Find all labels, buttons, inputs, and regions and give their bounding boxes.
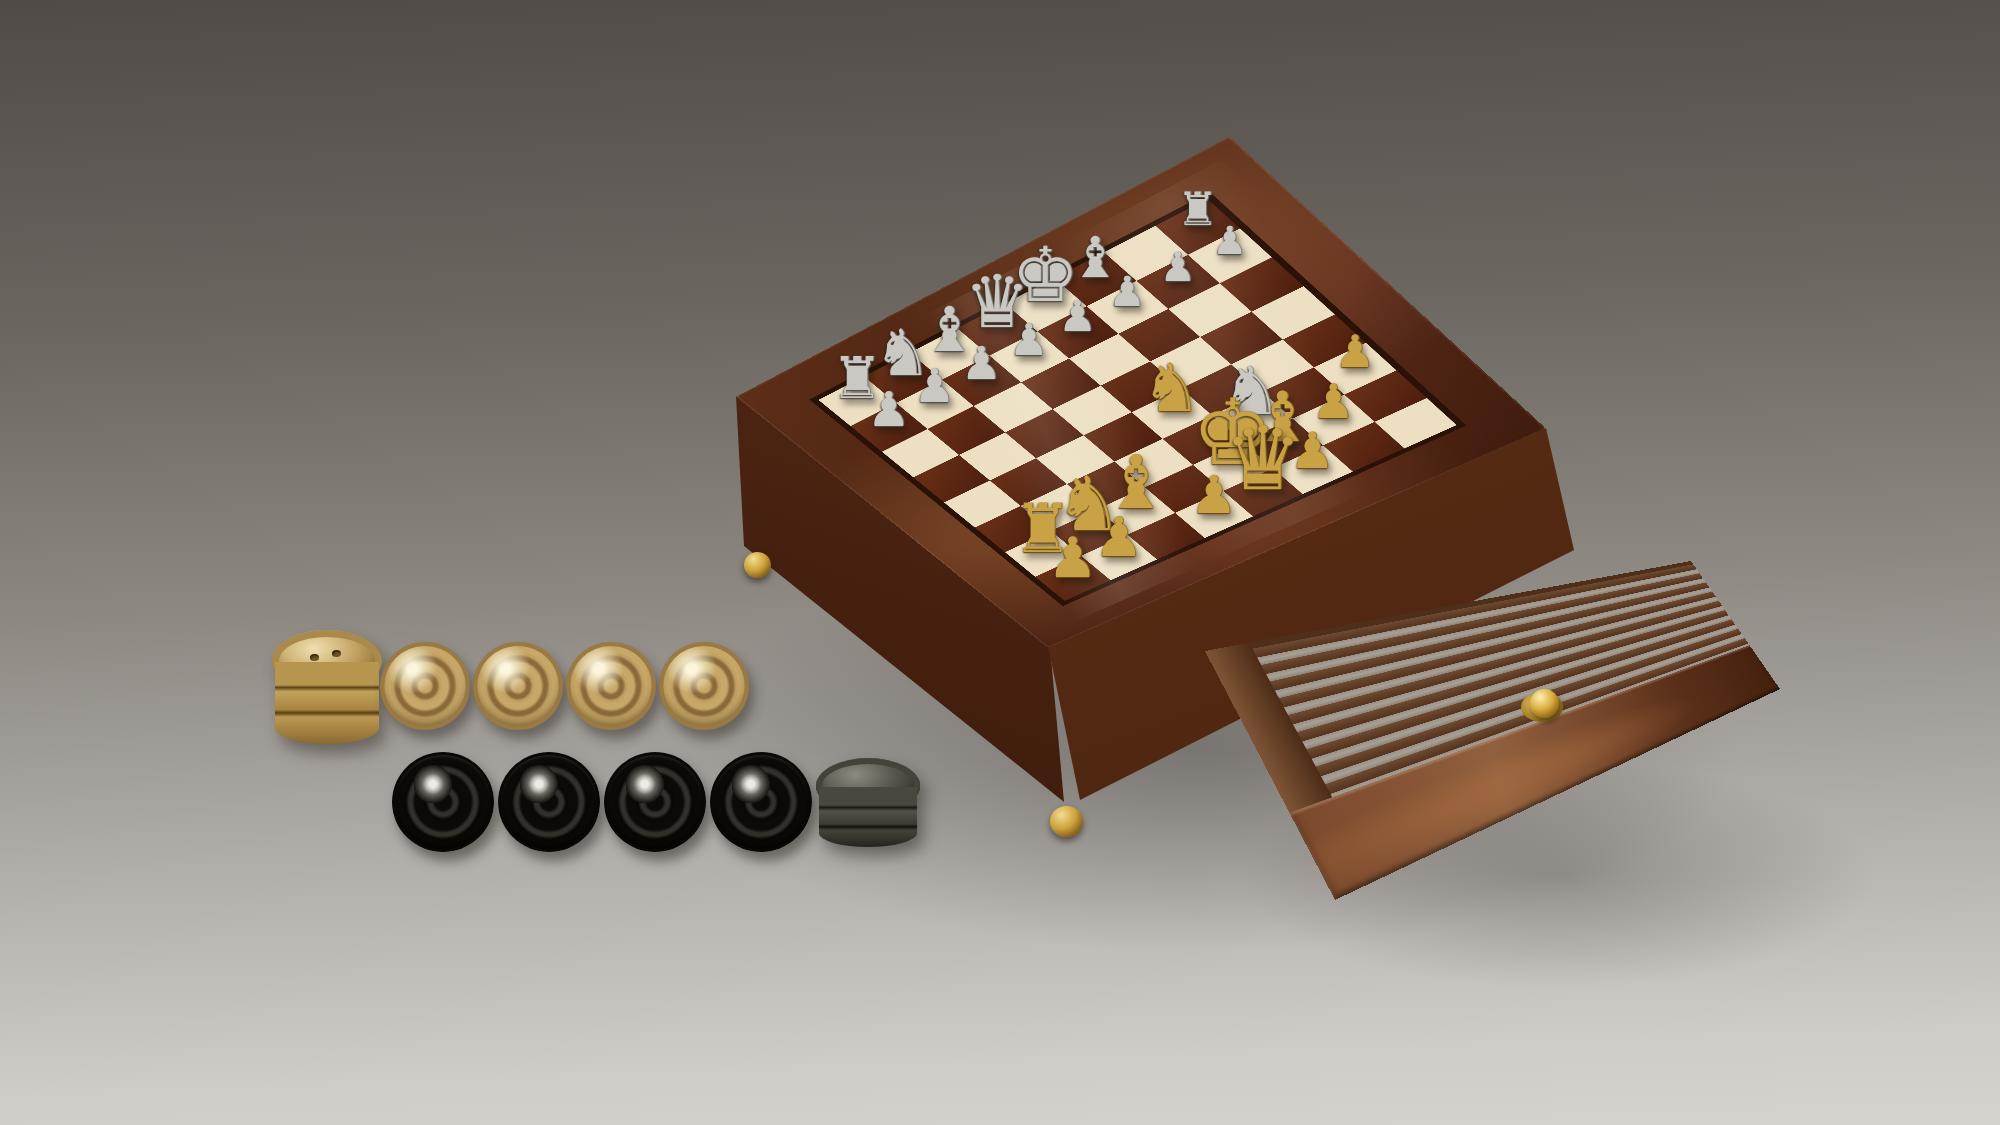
black-checker-2[interactable]	[498, 752, 600, 852]
piece-black-pawn-g7[interactable]: ♟	[1160, 247, 1196, 287]
piece-black-pawn-d7[interactable]: ♟	[1009, 318, 1049, 362]
brass-checker-2[interactable]	[473, 642, 563, 730]
piece-black-pawn-h7[interactable]: ♟	[1212, 222, 1247, 261]
piece-black-pawn-b7[interactable]: ♟	[914, 363, 956, 410]
piece-white-pawn-g2[interactable]: ♟	[1312, 378, 1355, 426]
piece-white-pawn-b1[interactable]: ♟	[1094, 509, 1143, 564]
black-checker-3[interactable]	[604, 752, 706, 852]
brass-foot-front	[1050, 806, 1083, 837]
piece-white-pawn-h3[interactable]: ♟	[1335, 329, 1375, 374]
brass-checker-1[interactable]	[380, 642, 470, 730]
drawer-knob[interactable]	[1519, 684, 1565, 728]
pewter-checker-stack[interactable]	[816, 758, 920, 854]
piece-black-pawn-a7[interactable]: ♟	[867, 385, 910, 433]
black-checker-4[interactable]	[710, 752, 812, 852]
brass-checker-stack[interactable]	[272, 630, 382, 750]
piece-white-pawn-a1[interactable]: ♟	[1048, 529, 1098, 585]
brass-checker-3[interactable]	[566, 642, 656, 730]
pewter-stack-side	[819, 787, 917, 847]
black-checker-1[interactable]	[392, 752, 494, 852]
piece-black-pawn-f7[interactable]: ♟	[1109, 271, 1146, 313]
brass-foot-left	[744, 552, 771, 578]
piece-black-pawn-e7[interactable]: ♟	[1058, 295, 1096, 338]
brass-stack-side	[275, 662, 379, 744]
product-photo-stage: ♜♞♝♛♚♝♜♟♟♟♟♟♟♟♟♞♞♟♜♞♝♚♝♟♟♟♟♛♟	[0, 0, 2000, 1125]
piece-white-pawn-d1[interactable]: ♟	[1190, 468, 1237, 521]
piece-black-pawn-c7[interactable]: ♟	[961, 341, 1002, 386]
brass-checker-4[interactable]	[659, 642, 749, 730]
